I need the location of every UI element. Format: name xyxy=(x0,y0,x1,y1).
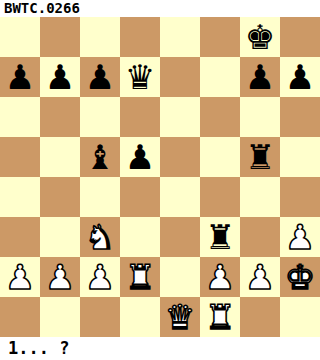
square-e8[interactable] xyxy=(160,17,200,57)
square-g5[interactable]: ♜ xyxy=(240,137,280,177)
square-f5[interactable] xyxy=(200,137,240,177)
square-g7[interactable]: ♟ xyxy=(240,57,280,97)
white-queen: ♛ xyxy=(165,297,195,337)
square-h5[interactable] xyxy=(280,137,320,177)
square-e2[interactable] xyxy=(160,257,200,297)
puzzle-id: BWTC.0266 xyxy=(0,0,320,17)
square-f2[interactable]: ♟ xyxy=(200,257,240,297)
square-f3[interactable]: ♜ xyxy=(200,217,240,257)
square-b3[interactable] xyxy=(40,217,80,257)
square-a6[interactable] xyxy=(0,97,40,137)
black-rook: ♜ xyxy=(205,217,235,257)
square-e1[interactable]: ♛ xyxy=(160,297,200,337)
square-a4[interactable] xyxy=(0,177,40,217)
square-g2[interactable]: ♟ xyxy=(240,257,280,297)
square-b7[interactable]: ♟ xyxy=(40,57,80,97)
square-c6[interactable] xyxy=(80,97,120,137)
square-d8[interactable] xyxy=(120,17,160,57)
square-d3[interactable] xyxy=(120,217,160,257)
square-g3[interactable] xyxy=(240,217,280,257)
black-king: ♚ xyxy=(245,17,275,57)
square-h1[interactable] xyxy=(280,297,320,337)
square-e5[interactable] xyxy=(160,137,200,177)
square-f8[interactable] xyxy=(200,17,240,57)
square-d4[interactable] xyxy=(120,177,160,217)
square-c4[interactable] xyxy=(80,177,120,217)
square-c7[interactable]: ♟ xyxy=(80,57,120,97)
square-h2[interactable]: ♚ xyxy=(280,257,320,297)
black-rook: ♜ xyxy=(245,137,275,177)
square-d2[interactable]: ♜ xyxy=(120,257,160,297)
square-a8[interactable] xyxy=(0,17,40,57)
square-g8[interactable]: ♚ xyxy=(240,17,280,57)
square-b1[interactable] xyxy=(40,297,80,337)
square-c8[interactable] xyxy=(80,17,120,57)
square-e6[interactable] xyxy=(160,97,200,137)
square-g4[interactable] xyxy=(240,177,280,217)
square-g1[interactable] xyxy=(240,297,280,337)
square-f4[interactable] xyxy=(200,177,240,217)
square-g6[interactable] xyxy=(240,97,280,137)
square-b6[interactable] xyxy=(40,97,80,137)
white-rook: ♜ xyxy=(205,297,235,337)
square-c1[interactable] xyxy=(80,297,120,337)
square-f1[interactable]: ♜ xyxy=(200,297,240,337)
square-c2[interactable]: ♟ xyxy=(80,257,120,297)
white-pawn: ♟ xyxy=(85,257,115,297)
square-b4[interactable] xyxy=(40,177,80,217)
square-b2[interactable]: ♟ xyxy=(40,257,80,297)
square-e4[interactable] xyxy=(160,177,200,217)
white-pawn: ♟ xyxy=(285,217,315,257)
black-pawn: ♟ xyxy=(245,57,275,97)
square-h8[interactable] xyxy=(280,17,320,57)
square-c3[interactable]: ♞ xyxy=(80,217,120,257)
square-h3[interactable]: ♟ xyxy=(280,217,320,257)
black-queen: ♛ xyxy=(125,57,155,97)
square-a3[interactable] xyxy=(0,217,40,257)
square-e3[interactable] xyxy=(160,217,200,257)
move-prompt: 1... ? xyxy=(0,337,320,360)
black-bishop: ♝ xyxy=(85,137,115,177)
white-pawn: ♟ xyxy=(245,257,275,297)
white-knight: ♞ xyxy=(85,217,115,257)
square-a2[interactable]: ♟ xyxy=(0,257,40,297)
square-h4[interactable] xyxy=(280,177,320,217)
white-rook: ♜ xyxy=(125,257,155,297)
black-pawn: ♟ xyxy=(125,137,155,177)
square-h6[interactable] xyxy=(280,97,320,137)
white-pawn: ♟ xyxy=(205,257,235,297)
white-pawn: ♟ xyxy=(45,257,75,297)
square-f6[interactable] xyxy=(200,97,240,137)
white-pawn: ♟ xyxy=(5,257,35,297)
square-d6[interactable] xyxy=(120,97,160,137)
square-h7[interactable]: ♟ xyxy=(280,57,320,97)
square-c5[interactable]: ♝ xyxy=(80,137,120,177)
square-b5[interactable] xyxy=(40,137,80,177)
black-pawn: ♟ xyxy=(45,57,75,97)
square-d7[interactable]: ♛ xyxy=(120,57,160,97)
black-pawn: ♟ xyxy=(85,57,115,97)
square-e7[interactable] xyxy=(160,57,200,97)
square-f7[interactable] xyxy=(200,57,240,97)
square-d5[interactable]: ♟ xyxy=(120,137,160,177)
square-d1[interactable] xyxy=(120,297,160,337)
black-pawn: ♟ xyxy=(285,57,315,97)
square-b8[interactable] xyxy=(40,17,80,57)
square-a1[interactable] xyxy=(0,297,40,337)
white-king: ♚ xyxy=(285,257,315,297)
chess-board: ♚♟♟♟♛♟♟♝♟♜♞♜♟♟♟♟♜♟♟♚♛♜ xyxy=(0,17,320,337)
black-pawn: ♟ xyxy=(5,57,35,97)
square-a7[interactable]: ♟ xyxy=(0,57,40,97)
square-a5[interactable] xyxy=(0,137,40,177)
